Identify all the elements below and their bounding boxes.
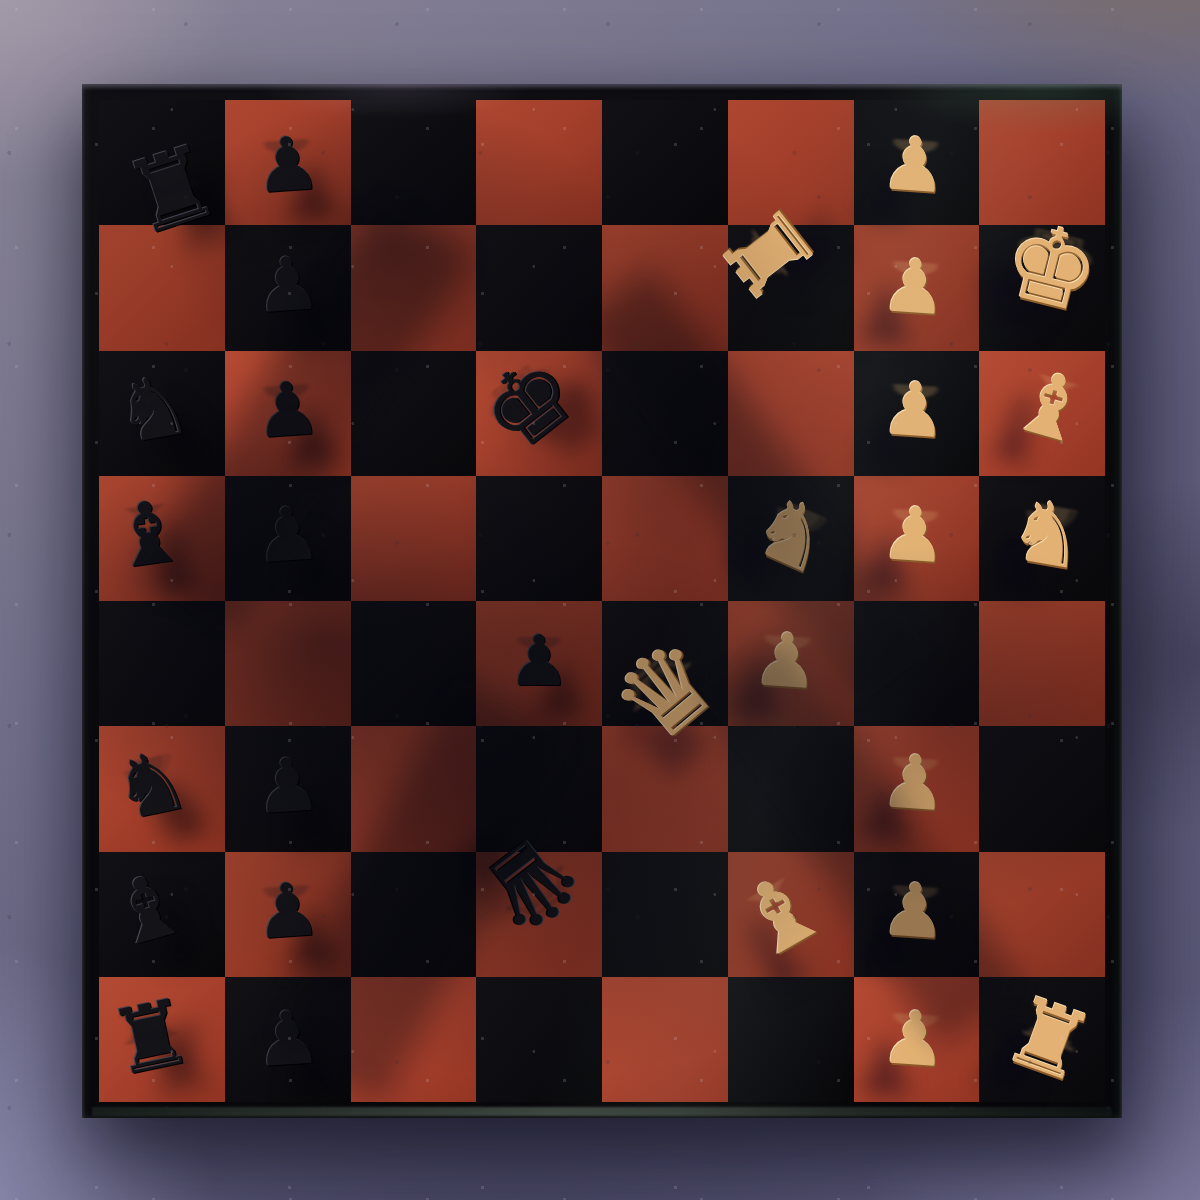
white-pawn-g2[interactable]: ♟ [878, 871, 949, 949]
black-pawn-b2[interactable]: ♟ [252, 871, 323, 949]
black-pawn-b8[interactable]: ♟ [252, 125, 323, 203]
white-bishop-h6[interactable]: ♝ [1001, 354, 1100, 459]
black-pawn-b7[interactable]: ♟ [252, 245, 323, 323]
white-pawn-g5[interactable]: ♟ [878, 495, 949, 573]
black-bishop-a2[interactable]: ♝ [99, 857, 198, 962]
white-king-h7[interactable]: ♚ [992, 205, 1110, 331]
black-knight-a6[interactable]: ♞ [109, 361, 198, 457]
white-bishop-f2-fallen[interactable]: ♝ [720, 853, 841, 978]
black-pawn-b3[interactable]: ♟ [252, 746, 323, 824]
black-rook-a8[interactable]: ♜ [114, 128, 231, 252]
white-rook-f7-fallen[interactable]: ♜ [703, 189, 834, 319]
white-rook-h1[interactable]: ♜ [993, 981, 1104, 1098]
white-pawn-g6[interactable]: ♟ [878, 370, 949, 448]
black-rook-a1[interactable]: ♜ [102, 985, 200, 1090]
white-knight-f5[interactable]: ♞ [740, 479, 845, 589]
white-pawn-f4[interactable]: ♟ [750, 621, 821, 699]
white-knight-h5[interactable]: ♞ [1002, 485, 1093, 583]
black-pawn-b1[interactable]: ♟ [252, 999, 323, 1077]
white-pawn-g1[interactable]: ♟ [878, 999, 949, 1077]
black-pawn-b5[interactable]: ♟ [252, 495, 323, 573]
white-queen-e4-fallen[interactable]: ♛ [594, 619, 739, 765]
black-bishop-a5[interactable]: ♝ [105, 486, 193, 582]
chess-board: ♜♟♟♞♟♚♝♟♟♞♟♝♟♛♜♟♟♜♟♚♟♝♞♟♞♛♟♟♝♟♟♜ [82, 84, 1122, 1118]
white-pawn-g3[interactable]: ♟ [878, 743, 949, 821]
black-pawn-b6[interactable]: ♟ [252, 370, 323, 448]
black-knight-a3[interactable]: ♞ [105, 736, 196, 834]
black-queen-d2-fallen[interactable]: ♛ [458, 811, 601, 956]
white-pawn-g7[interactable]: ♟ [878, 247, 949, 325]
white-pawn-g8[interactable]: ♟ [878, 125, 949, 203]
black-king-d6-fallen[interactable]: ♚ [462, 337, 594, 471]
pieces-layer: ♜♟♟♞♟♚♝♟♟♞♟♝♟♛♜♟♟♜♟♚♟♝♞♟♞♛♟♟♝♟♟♜ [99, 100, 1105, 1102]
photo-background: ♜♟♟♞♟♚♝♟♟♞♟♝♟♛♜♟♟♜♟♚♟♝♞♟♞♛♟♟♝♟♟♜ [0, 0, 1200, 1200]
black-pawn-d4[interactable]: ♟ [508, 625, 571, 695]
